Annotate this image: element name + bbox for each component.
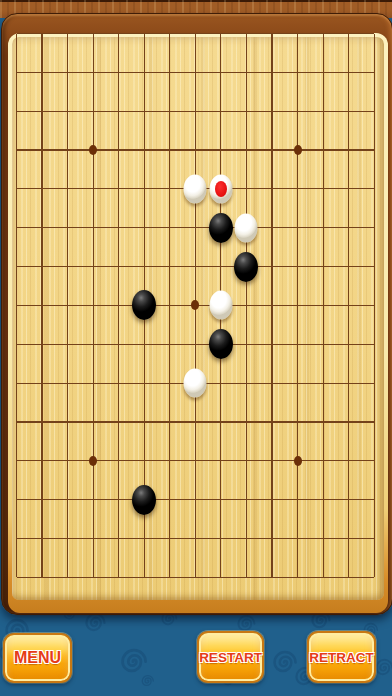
grid-line-horizontal [17,577,375,578]
white-stone [235,213,258,242]
white-stone [184,174,207,203]
grid-line-vertical [297,34,298,578]
grid-line-vertical [271,34,272,578]
white-stone [184,369,207,398]
grid-line-vertical [348,34,349,578]
black-stone [209,213,233,243]
star-point [294,145,302,155]
app-screen: MENU RESTART RETRACT [0,0,392,696]
black-stone [132,485,156,515]
grid-line-horizontal [17,344,375,345]
star-point [191,300,199,310]
black-stone [234,252,258,282]
restart-button[interactable]: RESTART [197,631,264,683]
star-point [294,456,302,466]
board-frame [1,13,392,615]
star-point [89,456,97,466]
grid-line-vertical [246,34,247,578]
restart-button-label: RESTART [199,650,262,665]
star-point [89,145,97,155]
grid-line-horizontal [17,538,375,539]
grid-line-vertical [374,34,375,578]
grid-line-horizontal [17,421,375,422]
white-stone [209,291,232,320]
grid-line-vertical [323,34,324,578]
retract-button[interactable]: RETRACT [307,631,376,683]
grid-line-horizontal [17,499,375,500]
last-move-marker [215,181,227,197]
retract-button-label: RETRACT [309,650,374,665]
menu-button-label: MENU [14,649,61,667]
black-stone [209,329,233,359]
black-stone [132,290,156,320]
grid-line-horizontal [17,460,375,461]
menu-button[interactable]: MENU [3,633,72,683]
